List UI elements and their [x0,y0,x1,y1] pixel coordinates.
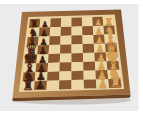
board-square-r0c5 [82,17,93,26]
board-square-r3c3 [60,45,71,54]
board-square-r7c2 [47,81,60,90]
board-square-r0c2 [50,18,61,27]
chess-set-photo: ♜♟♟♜♞♟♟♞♝♟♟♝♛♟♟♛♚♟♟♚♝♟♟♝♞♟♟♞♜♟♟♜ [0,0,143,117]
board-square-r2c3 [60,36,71,45]
board-square-r3c2 [49,45,61,54]
board-square-r0c3 [61,18,72,27]
board-square-r2c5 [82,35,93,44]
board-square-r6c4 [72,71,84,80]
board-square-r5c4 [72,62,84,71]
board-square-r3c5 [83,44,95,53]
board-square-r3c4 [72,44,83,53]
board-square-r4c5 [83,53,95,62]
piece-black-pawn: ♟ [35,78,45,92]
board-square-r1c5 [82,26,93,35]
board-square-r2c4 [72,35,83,44]
board-square-r1c4 [72,26,83,35]
board-square-r4c4 [72,53,84,62]
board-square-r7c3 [59,80,72,89]
board-square-r1c3 [61,27,72,36]
piece-white-rook: ♜ [109,74,121,90]
board-square-r5c3 [60,62,72,71]
board-square-r6c3 [59,71,71,80]
board-square-r2c2 [49,36,60,45]
board-square-r4c3 [60,53,72,62]
product-photo: ♜♟♟♜♞♟♟♞♝♟♟♝♛♟♟♛♚♟♟♚♝♟♟♝♞♟♟♞♜♟♟♜ [0,0,143,117]
board-square-r0c4 [72,17,83,26]
board-square-r7c4 [72,80,85,89]
board-square-r5c2 [48,63,60,72]
board-square-r6c2 [47,72,60,81]
board-square-r6c5 [84,71,97,80]
board-square-r4c2 [48,54,60,63]
board-square-r7c5 [84,79,97,88]
piece-black-rook: ♜ [22,77,34,93]
board-square-r1c2 [50,27,61,36]
piece-white-pawn: ♟ [98,77,108,91]
board-square-r5c5 [83,62,95,71]
